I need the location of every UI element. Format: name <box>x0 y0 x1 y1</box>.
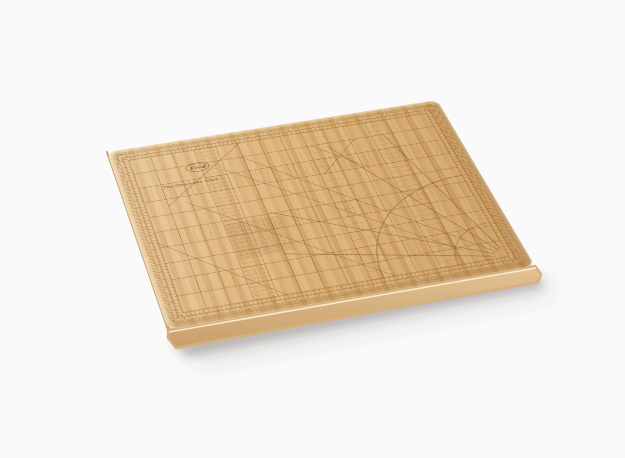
logo-tagline-text: The Obsessive Chef <box>162 177 219 190</box>
brand-logo: Fred The Obsessive Chef <box>156 161 219 190</box>
product-photo-canvas: Fred The Obsessive Chef <box>0 0 625 458</box>
